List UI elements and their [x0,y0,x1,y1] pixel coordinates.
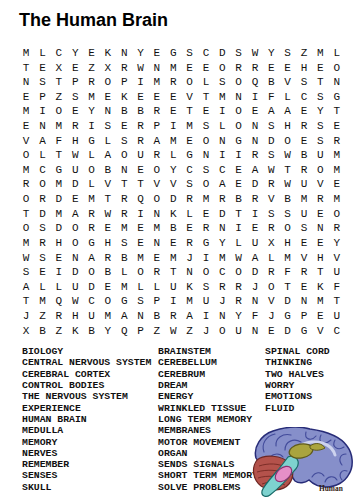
grid-cell[interactable]: T [280,163,296,178]
grid-cell[interactable]: P [149,119,165,134]
grid-cell[interactable]: M [181,119,197,134]
grid-cell[interactable]: H [67,309,83,324]
grid-cell[interactable]: O [214,324,230,339]
grid-cell[interactable]: M [116,221,132,236]
grid-cell[interactable]: K [181,280,197,295]
grid-cell[interactable]: N [132,309,148,324]
grid-cell[interactable]: R [83,207,99,222]
grid-cell[interactable]: M [149,75,165,90]
grid-cell[interactable]: R [296,119,312,134]
grid-cell[interactable]: P [149,294,165,309]
grid-cell[interactable]: G [83,134,99,149]
grid-cell[interactable]: N [214,309,230,324]
grid-cell[interactable]: T [312,265,328,280]
grid-cell[interactable]: O [329,207,345,222]
grid-cell[interactable]: M [329,192,345,207]
grid-cell[interactable]: I [165,294,181,309]
grid-cell[interactable]: R [149,104,165,119]
grid-cell[interactable]: T [18,207,34,222]
grid-cell[interactable]: O [67,221,83,236]
grid-cell[interactable]: S [214,75,230,90]
grid-cell[interactable]: B [165,221,181,236]
grid-cell[interactable]: M [329,163,345,178]
grid-cell[interactable]: E [132,236,148,251]
grid-cell[interactable]: U [247,236,263,251]
grid-cell[interactable]: L [116,265,132,280]
grid-cell[interactable]: U [329,309,345,324]
grid-cell[interactable]: G [116,294,132,309]
grid-cell[interactable]: S [263,207,279,222]
grid-cell[interactable]: A [263,104,279,119]
grid-cell[interactable]: V [165,177,181,192]
grid-cell[interactable]: O [214,61,230,76]
grid-cell[interactable]: M [214,90,230,105]
grid-cell[interactable]: E [263,324,279,339]
grid-cell[interactable]: W [165,324,181,339]
grid-cell[interactable]: F [263,90,279,105]
grid-cell[interactable]: O [198,134,214,149]
grid-cell[interactable]: B [116,251,132,266]
grid-cell[interactable]: W [247,46,263,61]
grid-cell[interactable]: C [329,324,345,339]
grid-cell[interactable]: N [18,75,34,90]
grid-cell[interactable]: D [83,280,99,295]
grid-cell[interactable]: N [181,265,197,280]
grid-cell[interactable]: Z [149,324,165,339]
grid-cell[interactable]: S [18,265,34,280]
grid-cell[interactable]: L [83,177,99,192]
grid-cell[interactable]: J [247,280,263,295]
grid-cell[interactable]: O [280,221,296,236]
grid-cell[interactable]: E [18,90,34,105]
grid-cell[interactable]: I [198,309,214,324]
grid-cell[interactable]: G [181,148,197,163]
grid-cell[interactable]: D [51,221,67,236]
grid-cell[interactable]: Q [247,75,263,90]
grid-cell[interactable]: V [263,294,279,309]
grid-cell[interactable]: E [247,104,263,119]
grid-cell[interactable]: D [67,177,83,192]
grid-cell[interactable]: A [67,207,83,222]
grid-cell[interactable]: S [181,46,197,61]
grid-cell[interactable]: L [214,119,230,134]
grid-cell[interactable]: E [100,221,116,236]
grid-cell[interactable]: M [296,192,312,207]
grid-cell[interactable]: E [132,90,148,105]
grid-cell[interactable]: Z [296,46,312,61]
grid-cell[interactable]: D [165,192,181,207]
grid-cell[interactable]: C [214,163,230,178]
grid-cell[interactable]: M [18,163,34,178]
grid-cell[interactable]: S [312,134,328,149]
grid-cell[interactable]: W [18,251,34,266]
grid-cell[interactable]: E [67,61,83,76]
grid-cell[interactable]: S [296,221,312,236]
grid-cell[interactable]: S [34,221,50,236]
grid-cell[interactable]: Y [214,236,230,251]
grid-cell[interactable]: U [165,280,181,295]
grid-cell[interactable]: E [34,265,50,280]
grid-cell[interactable]: B [296,148,312,163]
grid-cell[interactable]: O [116,148,132,163]
grid-cell[interactable]: X [100,61,116,76]
grid-cell[interactable]: H [51,236,67,251]
grid-cell[interactable]: R [116,207,132,222]
grid-cell[interactable]: M [214,251,230,266]
grid-cell[interactable]: R [34,236,50,251]
grid-cell[interactable]: K [67,324,83,339]
grid-cell[interactable]: S [34,75,50,90]
grid-cell[interactable]: E [329,177,345,192]
grid-cell[interactable]: V [296,251,312,266]
grid-cell[interactable]: E [312,236,328,251]
grid-cell[interactable]: E [181,221,197,236]
grid-cell[interactable]: M [51,119,67,134]
grid-cell[interactable]: R [263,177,279,192]
grid-cell[interactable]: D [67,265,83,280]
grid-cell[interactable]: W [132,61,148,76]
grid-cell[interactable]: V [312,177,328,192]
grid-cell[interactable]: Z [51,90,67,105]
grid-cell[interactable]: R [34,192,50,207]
grid-cell[interactable]: N [247,134,263,149]
grid-cell[interactable]: N [149,61,165,76]
grid-cell[interactable]: I [247,90,263,105]
grid-cell[interactable]: G [165,46,181,61]
grid-cell[interactable]: S [116,236,132,251]
grid-cell[interactable]: E [312,309,328,324]
grid-cell[interactable]: R [312,192,328,207]
grid-cell[interactable]: B [100,163,116,178]
grid-cell[interactable]: A [247,163,263,178]
grid-cell[interactable]: P [296,309,312,324]
grid-cell[interactable]: V [149,177,165,192]
grid-cell[interactable]: A [181,309,197,324]
grid-cell[interactable]: N [247,119,263,134]
grid-cell[interactable]: O [67,236,83,251]
grid-cell[interactable]: L [198,75,214,90]
grid-cell[interactable]: V [280,75,296,90]
grid-cell[interactable]: Z [83,61,99,76]
grid-cell[interactable]: R [214,192,230,207]
grid-cell[interactable]: R [247,192,263,207]
grid-cell[interactable]: N [67,251,83,266]
grid-cell[interactable]: I [198,251,214,266]
grid-cell[interactable]: W [67,294,83,309]
grid-cell[interactable]: V [263,192,279,207]
grid-cell[interactable]: K [100,46,116,61]
grid-cell[interactable]: R [296,163,312,178]
grid-cell[interactable]: I [51,265,67,280]
grid-cell[interactable]: A [247,251,263,266]
grid-cell[interactable]: R [296,265,312,280]
grid-cell[interactable]: X [51,61,67,76]
grid-cell[interactable]: R [132,134,148,149]
grid-cell[interactable]: T [280,280,296,295]
grid-cell[interactable]: Y [132,46,148,61]
grid-cell[interactable]: X [263,236,279,251]
grid-cell[interactable]: O [149,192,165,207]
grid-cell[interactable]: N [34,119,50,134]
grid-cell[interactable]: S [296,75,312,90]
grid-cell[interactable]: E [116,119,132,134]
grid-cell[interactable]: D [34,207,50,222]
grid-cell[interactable]: S [198,119,214,134]
grid-cell[interactable]: C [296,90,312,105]
grid-cell[interactable]: U [312,148,328,163]
grid-cell[interactable]: T [18,61,34,76]
grid-cell[interactable]: O [312,163,328,178]
grid-cell[interactable]: L [100,134,116,149]
grid-cell[interactable]: J [198,324,214,339]
grid-cell[interactable]: J [214,294,230,309]
grid-cell[interactable]: O [18,148,34,163]
grid-cell[interactable]: D [51,192,67,207]
grid-cell[interactable]: O [198,265,214,280]
grid-cell[interactable]: W [263,163,279,178]
grid-cell[interactable]: L [280,90,296,105]
grid-cell[interactable]: N [149,236,165,251]
grid-cell[interactable]: R [181,236,197,251]
grid-cell[interactable]: O [83,265,99,280]
grid-cell[interactable]: T [100,192,116,207]
grid-cell[interactable]: T [181,104,197,119]
grid-cell[interactable]: M [34,294,50,309]
grid-cell[interactable]: E [329,119,345,134]
grid-cell[interactable]: M [312,46,328,61]
grid-cell[interactable]: M [198,192,214,207]
grid-cell[interactable]: B [263,75,279,90]
grid-cell[interactable]: T [198,90,214,105]
grid-cell[interactable]: O [149,163,165,178]
grid-cell[interactable]: M [132,251,148,266]
grid-cell[interactable]: E [247,221,263,236]
grid-cell[interactable]: E [181,134,197,149]
grid-cell[interactable]: I [214,148,230,163]
grid-cell[interactable]: S [34,251,50,266]
grid-cell[interactable]: E [296,236,312,251]
grid-cell[interactable]: P [34,90,50,105]
grid-cell[interactable]: Y [230,309,246,324]
grid-cell[interactable]: E [83,46,99,61]
grid-cell[interactable]: R [51,309,67,324]
grid-cell[interactable]: C [51,46,67,61]
grid-cell[interactable]: E [181,61,197,76]
grid-cell[interactable]: O [100,294,116,309]
grid-cell[interactable]: K [116,90,132,105]
grid-cell[interactable]: E [198,104,214,119]
grid-cell[interactable]: N [100,104,116,119]
grid-cell[interactable]: O [230,119,246,134]
grid-cell[interactable]: N [214,134,230,149]
grid-cell[interactable]: B [280,192,296,207]
grid-cell[interactable]: L [34,148,50,163]
grid-cell[interactable]: E [149,90,165,105]
grid-cell[interactable]: I [34,104,50,119]
grid-cell[interactable]: B [100,265,116,280]
grid-cell[interactable]: G [329,90,345,105]
grid-cell[interactable]: E [165,236,181,251]
grid-cell[interactable]: E [296,134,312,149]
grid-cell[interactable]: E [312,61,328,76]
grid-cell[interactable]: O [329,61,345,76]
grid-cell[interactable]: S [280,46,296,61]
grid-cell[interactable]: R [230,61,246,76]
grid-cell[interactable]: U [83,309,99,324]
grid-cell[interactable]: N [329,75,345,90]
grid-cell[interactable]: R [329,221,345,236]
grid-cell[interactable]: E [296,280,312,295]
grid-cell[interactable]: M [18,104,34,119]
grid-cell[interactable]: E [18,119,34,134]
grid-cell[interactable]: G [51,163,67,178]
grid-cell[interactable]: F [280,265,296,280]
grid-cell[interactable]: B [149,309,165,324]
grid-cell[interactable]: W [230,251,246,266]
grid-cell[interactable]: A [18,280,34,295]
grid-cell[interactable]: S [230,46,246,61]
grid-cell[interactable]: O [83,163,99,178]
grid-cell[interactable]: T [132,177,148,192]
grid-cell[interactable]: O [198,177,214,192]
grid-cell[interactable]: N [247,294,263,309]
grid-cell[interactable]: B [230,192,246,207]
grid-cell[interactable]: O [18,221,34,236]
grid-cell[interactable]: H [280,236,296,251]
grid-cell[interactable]: E [51,251,67,266]
grid-cell[interactable]: N [312,221,328,236]
grid-cell[interactable]: C [34,163,50,178]
grid-cell[interactable]: E [132,221,148,236]
grid-cell[interactable]: M [100,309,116,324]
grid-cell[interactable]: H [280,119,296,134]
grid-cell[interactable]: V [18,134,34,149]
grid-cell[interactable]: I [165,119,181,134]
grid-cell[interactable]: E [296,104,312,119]
grid-cell[interactable]: W [280,148,296,163]
grid-cell[interactable]: E [100,90,116,105]
grid-cell[interactable]: L [149,280,165,295]
grid-cell[interactable]: U [67,280,83,295]
grid-cell[interactable]: A [149,134,165,149]
grid-cell[interactable]: A [116,309,132,324]
grid-cell[interactable]: N [296,294,312,309]
grid-cell[interactable]: U [67,163,83,178]
grid-cell[interactable]: D [280,324,296,339]
grid-cell[interactable]: Q [51,294,67,309]
grid-cell[interactable]: N [214,221,230,236]
grid-cell[interactable]: R [247,148,263,163]
grid-cell[interactable]: S [67,90,83,105]
grid-cell[interactable]: R [214,280,230,295]
grid-cell[interactable]: S [312,119,328,134]
grid-cell[interactable]: E [198,207,214,222]
grid-cell[interactable]: Z [34,309,50,324]
grid-cell[interactable]: O [280,134,296,149]
grid-cell[interactable]: E [230,163,246,178]
grid-cell[interactable]: R [67,119,83,134]
grid-cell[interactable]: S [312,90,328,105]
grid-cell[interactable]: B [132,104,148,119]
grid-cell[interactable]: M [280,251,296,266]
grid-cell[interactable]: E [149,46,165,61]
grid-cell[interactable]: R [329,134,345,149]
grid-cell[interactable]: C [83,294,99,309]
grid-cell[interactable]: T [116,177,132,192]
grid-cell[interactable]: A [214,177,230,192]
grid-cell[interactable]: V [312,324,328,339]
grid-cell[interactable]: E [34,61,50,76]
grid-cell[interactable]: V [100,177,116,192]
grid-cell[interactable]: S [198,280,214,295]
grid-cell[interactable]: T [312,75,328,90]
grid-cell[interactable]: M [51,177,67,192]
grid-cell[interactable]: L [263,251,279,266]
grid-cell[interactable]: W [100,207,116,222]
grid-cell[interactable]: Y [100,324,116,339]
grid-cell[interactable]: Z [181,324,197,339]
grid-cell[interactable]: N [230,90,246,105]
grid-cell[interactable]: T [18,294,34,309]
grid-cell[interactable]: T [329,294,345,309]
grid-cell[interactable]: S [280,207,296,222]
grid-cell[interactable]: U [198,294,214,309]
grid-cell[interactable]: S [132,294,148,309]
grid-cell[interactable]: L [34,46,50,61]
grid-cell[interactable]: T [165,265,181,280]
grid-cell[interactable]: M [149,221,165,236]
grid-cell[interactable]: R [83,75,99,90]
grid-cell[interactable]: O [51,104,67,119]
grid-cell[interactable]: D [247,265,263,280]
grid-cell[interactable]: R [198,221,214,236]
grid-cell[interactable]: R [263,265,279,280]
grid-cell[interactable]: I [247,207,263,222]
grid-cell[interactable]: T [51,75,67,90]
grid-cell[interactable]: N [149,207,165,222]
grid-cell[interactable]: D [280,294,296,309]
grid-cell[interactable]: R [263,221,279,236]
grid-cell[interactable]: E [312,207,328,222]
grid-cell[interactable]: L [329,46,345,61]
grid-cell[interactable]: L [181,207,197,222]
grid-cell[interactable]: R [116,192,132,207]
grid-cell[interactable]: M [51,207,67,222]
grid-cell[interactable]: R [181,192,197,207]
grid-cell[interactable]: D [214,207,230,222]
grid-cell[interactable]: D [263,134,279,149]
grid-cell[interactable]: O [18,192,34,207]
grid-cell[interactable]: H [312,251,328,266]
grid-cell[interactable]: N [198,148,214,163]
grid-cell[interactable]: U [132,148,148,163]
grid-cell[interactable]: A [280,104,296,119]
grid-cell[interactable]: R [165,309,181,324]
grid-cell[interactable]: M [18,46,34,61]
grid-cell[interactable]: L [165,148,181,163]
grid-cell[interactable]: S [116,134,132,149]
grid-cell[interactable]: I [83,119,99,134]
grid-cell[interactable]: S [263,119,279,134]
grid-cell[interactable]: R [83,221,99,236]
grid-cell[interactable]: A [83,251,99,266]
grid-cell[interactable]: J [181,251,197,266]
grid-cell[interactable]: A [100,148,116,163]
grid-cell[interactable]: E [67,192,83,207]
grid-cell[interactable]: T [329,104,345,119]
grid-cell[interactable]: Y [165,163,181,178]
grid-cell[interactable]: M [165,61,181,76]
